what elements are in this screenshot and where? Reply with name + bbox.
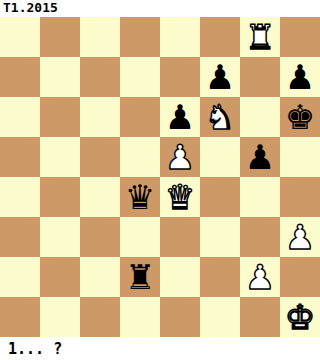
square-c3[interactable] (80, 217, 120, 257)
square-h3[interactable]: ♟ (280, 217, 320, 257)
square-a5[interactable] (0, 137, 40, 177)
black-rook[interactable]: ♜ (125, 257, 155, 297)
square-c4[interactable] (80, 177, 120, 217)
square-f7[interactable]: ♟ (200, 57, 240, 97)
square-f2[interactable] (200, 257, 240, 297)
square-f8[interactable] (200, 17, 240, 57)
square-g8[interactable]: ♜ (240, 17, 280, 57)
square-h2[interactable] (280, 257, 320, 297)
square-c7[interactable] (80, 57, 120, 97)
square-h6[interactable]: ♚ (280, 97, 320, 137)
square-c5[interactable] (80, 137, 120, 177)
move-prompt: 1... ? (0, 337, 320, 360)
square-g5[interactable]: ♟ (240, 137, 280, 177)
square-e5[interactable]: ♟ (160, 137, 200, 177)
square-e1[interactable] (160, 297, 200, 337)
square-d7[interactable] (120, 57, 160, 97)
square-e7[interactable] (160, 57, 200, 97)
square-c8[interactable] (80, 17, 120, 57)
square-d3[interactable] (120, 217, 160, 257)
black-pawn[interactable]: ♟ (165, 97, 195, 137)
square-e6[interactable]: ♟ (160, 97, 200, 137)
square-f5[interactable] (200, 137, 240, 177)
square-d5[interactable] (120, 137, 160, 177)
square-b2[interactable] (40, 257, 80, 297)
square-a8[interactable] (0, 17, 40, 57)
square-c2[interactable] (80, 257, 120, 297)
square-h1[interactable]: ♚ (280, 297, 320, 337)
square-b1[interactable] (40, 297, 80, 337)
white-rook[interactable]: ♜ (245, 17, 275, 57)
puzzle-title: T1.2015 (0, 0, 320, 17)
square-d6[interactable] (120, 97, 160, 137)
white-pawn[interactable]: ♟ (165, 137, 195, 177)
square-b4[interactable] (40, 177, 80, 217)
square-h7[interactable]: ♟ (280, 57, 320, 97)
square-c1[interactable] (80, 297, 120, 337)
square-f4[interactable] (200, 177, 240, 217)
square-g4[interactable] (240, 177, 280, 217)
square-b8[interactable] (40, 17, 80, 57)
square-h5[interactable] (280, 137, 320, 177)
white-pawn[interactable]: ♟ (245, 257, 275, 297)
square-g2[interactable]: ♟ (240, 257, 280, 297)
white-pawn[interactable]: ♟ (285, 217, 315, 257)
black-pawn[interactable]: ♟ (205, 57, 235, 97)
square-a3[interactable] (0, 217, 40, 257)
square-e2[interactable] (160, 257, 200, 297)
square-b5[interactable] (40, 137, 80, 177)
square-g6[interactable] (240, 97, 280, 137)
white-queen[interactable]: ♛ (165, 177, 195, 217)
square-a7[interactable] (0, 57, 40, 97)
square-f6[interactable]: ♞ (200, 97, 240, 137)
square-g1[interactable] (240, 297, 280, 337)
square-h4[interactable] (280, 177, 320, 217)
square-d1[interactable] (120, 297, 160, 337)
square-b3[interactable] (40, 217, 80, 257)
square-g7[interactable] (240, 57, 280, 97)
square-b6[interactable] (40, 97, 80, 137)
black-king[interactable]: ♚ (285, 97, 315, 137)
square-g3[interactable] (240, 217, 280, 257)
white-knight[interactable]: ♞ (205, 97, 235, 137)
square-a4[interactable] (0, 177, 40, 217)
black-queen[interactable]: ♛ (125, 177, 155, 217)
square-e3[interactable] (160, 217, 200, 257)
square-a1[interactable] (0, 297, 40, 337)
square-d4[interactable]: ♛ (120, 177, 160, 217)
square-d2[interactable]: ♜ (120, 257, 160, 297)
black-pawn[interactable]: ♟ (285, 57, 315, 97)
square-c6[interactable] (80, 97, 120, 137)
black-pawn[interactable]: ♟ (245, 137, 275, 177)
square-e8[interactable] (160, 17, 200, 57)
square-d8[interactable] (120, 17, 160, 57)
chess-puzzle-page: T1.2015 ♜♟♟♟♞♚♟♟♛♛♟♜♟♚ 1... ? (0, 0, 320, 360)
square-f1[interactable] (200, 297, 240, 337)
square-f3[interactable] (200, 217, 240, 257)
square-e4[interactable]: ♛ (160, 177, 200, 217)
chess-board: ♜♟♟♟♞♚♟♟♛♛♟♜♟♚ (0, 17, 320, 337)
white-king[interactable]: ♚ (285, 297, 315, 337)
square-h8[interactable] (280, 17, 320, 57)
square-a2[interactable] (0, 257, 40, 297)
square-b7[interactable] (40, 57, 80, 97)
square-a6[interactable] (0, 97, 40, 137)
